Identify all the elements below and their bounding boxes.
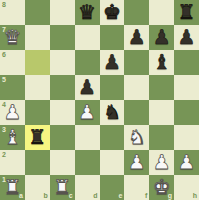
square-b6[interactable] (25, 50, 50, 75)
square-g5[interactable] (149, 75, 174, 100)
black-king-icon[interactable]: ♚ (100, 0, 125, 25)
square-a5[interactable]: 5 (0, 75, 25, 100)
white-pawn-icon[interactable]: ♟ (149, 150, 174, 175)
square-h7[interactable]: ♟ (174, 25, 199, 50)
square-b4[interactable] (25, 100, 50, 125)
square-a2[interactable]: 2 (0, 150, 25, 175)
square-h2[interactable]: ♟ (174, 150, 199, 175)
white-knight-icon[interactable]: ♞ (124, 125, 149, 150)
black-rook-icon[interactable]: ♜ (174, 0, 199, 25)
square-d8[interactable]: ♛ (75, 0, 100, 25)
square-d4[interactable]: ♟ (75, 100, 100, 125)
file-label-f: f (145, 192, 147, 199)
square-h4[interactable] (174, 100, 199, 125)
rank-label-8: 8 (2, 1, 6, 8)
square-c5[interactable] (50, 75, 75, 100)
black-pawn-icon[interactable]: ♟ (149, 25, 174, 50)
square-e4[interactable]: ♞ (100, 100, 125, 125)
square-f7[interactable]: ♟ (124, 25, 149, 50)
square-f6[interactable] (124, 50, 149, 75)
square-e5[interactable] (100, 75, 125, 100)
black-rook-icon[interactable]: ♜ (25, 125, 50, 150)
black-pawn-icon[interactable]: ♟ (174, 25, 199, 50)
square-d6[interactable] (75, 50, 100, 75)
square-a8[interactable]: 8 (0, 0, 25, 25)
square-h3[interactable] (174, 125, 199, 150)
square-a3[interactable]: 3♝ (0, 125, 25, 150)
file-label-e: e (118, 192, 122, 199)
rank-label-6: 6 (2, 51, 6, 58)
square-f4[interactable] (124, 100, 149, 125)
square-c2[interactable] (50, 150, 75, 175)
black-pawn-icon[interactable]: ♟ (75, 75, 100, 100)
square-e7[interactable] (100, 25, 125, 50)
square-e1[interactable]: e (100, 175, 125, 200)
chess-board: 8♛♚♜7♛♟♟♟6♟♝5♟4♟♟♞3♝♜♞2♟♟♟1a♜bc♜defg♚h (0, 0, 199, 200)
square-b2[interactable] (25, 150, 50, 175)
square-f1[interactable]: f (124, 175, 149, 200)
square-a6[interactable]: 6 (0, 50, 25, 75)
square-b5[interactable] (25, 75, 50, 100)
square-c8[interactable] (50, 0, 75, 25)
square-g2[interactable]: ♟ (149, 150, 174, 175)
square-d1[interactable]: d (75, 175, 100, 200)
file-label-d: d (93, 192, 97, 199)
white-pawn-icon[interactable]: ♟ (75, 100, 100, 125)
square-a1[interactable]: 1a♜ (0, 175, 25, 200)
square-e3[interactable] (100, 125, 125, 150)
square-h6[interactable] (174, 50, 199, 75)
file-label-b: b (43, 192, 47, 199)
square-g4[interactable] (149, 100, 174, 125)
square-d2[interactable] (75, 150, 100, 175)
white-bishop-icon[interactable]: ♝ (0, 125, 25, 150)
white-queen-icon[interactable]: ♛ (0, 25, 25, 50)
square-c4[interactable] (50, 100, 75, 125)
square-b3[interactable]: ♜ (25, 125, 50, 150)
square-c6[interactable] (50, 50, 75, 75)
square-g1[interactable]: g♚ (149, 175, 174, 200)
square-f3[interactable]: ♞ (124, 125, 149, 150)
square-f8[interactable] (124, 0, 149, 25)
square-h5[interactable] (174, 75, 199, 100)
square-h8[interactable]: ♜ (174, 0, 199, 25)
square-g7[interactable]: ♟ (149, 25, 174, 50)
square-b7[interactable] (25, 25, 50, 50)
white-rook-icon[interactable]: ♜ (0, 175, 25, 200)
rank-label-2: 2 (2, 151, 6, 158)
white-king-icon[interactable]: ♚ (149, 175, 174, 200)
square-g6[interactable]: ♝ (149, 50, 174, 75)
square-b8[interactable] (25, 0, 50, 25)
square-f5[interactable] (124, 75, 149, 100)
square-f2[interactable]: ♟ (124, 150, 149, 175)
square-a7[interactable]: 7♛ (0, 25, 25, 50)
square-e8[interactable]: ♚ (100, 0, 125, 25)
white-pawn-icon[interactable]: ♟ (174, 150, 199, 175)
square-h1[interactable]: h (174, 175, 199, 200)
black-knight-icon[interactable]: ♞ (100, 100, 125, 125)
black-pawn-icon[interactable]: ♟ (100, 50, 125, 75)
square-g8[interactable] (149, 0, 174, 25)
square-e6[interactable]: ♟ (100, 50, 125, 75)
white-pawn-icon[interactable]: ♟ (124, 150, 149, 175)
square-d5[interactable]: ♟ (75, 75, 100, 100)
square-a4[interactable]: 4♟ (0, 100, 25, 125)
square-c1[interactable]: c♜ (50, 175, 75, 200)
square-g3[interactable] (149, 125, 174, 150)
file-label-h: h (193, 192, 197, 199)
square-c7[interactable] (50, 25, 75, 50)
square-d7[interactable] (75, 25, 100, 50)
black-queen-icon[interactable]: ♛ (75, 0, 100, 25)
white-pawn-icon[interactable]: ♟ (0, 100, 25, 125)
rank-label-5: 5 (2, 76, 6, 83)
black-bishop-icon[interactable]: ♝ (149, 50, 174, 75)
square-c3[interactable] (50, 125, 75, 150)
black-pawn-icon[interactable]: ♟ (124, 25, 149, 50)
white-rook-icon[interactable]: ♜ (50, 175, 75, 200)
square-e2[interactable] (100, 150, 125, 175)
square-b1[interactable]: b (25, 175, 50, 200)
square-d3[interactable] (75, 125, 100, 150)
